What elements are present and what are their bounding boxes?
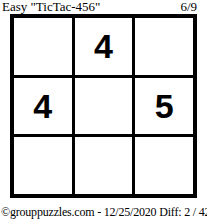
cell-r1c2[interactable]: 5 xyxy=(135,78,193,135)
header: Easy "TicTac-456" 6/9 xyxy=(2,0,197,14)
cells-remaining-counter: 6/9 xyxy=(180,0,197,13)
cell-r2c1[interactable] xyxy=(75,137,133,194)
copyright-credit: ©grouppuzzles.com - 12/25/2020 Diff: 2 /… xyxy=(1,205,207,219)
cell-r2c0[interactable] xyxy=(14,137,72,194)
puzzle-page: Easy "TicTac-456" 6/9 4 4 5 ©grouppuzzle… xyxy=(0,0,207,221)
cell-r0c1[interactable]: 4 xyxy=(75,18,133,75)
cell-r0c0[interactable] xyxy=(14,18,72,75)
cell-r1c0[interactable]: 4 xyxy=(14,78,72,135)
tictac-grid: 4 4 5 xyxy=(10,14,197,198)
cell-r2c2[interactable] xyxy=(135,137,193,194)
footer: ©grouppuzzles.com - 12/25/2020 Diff: 2 /… xyxy=(1,205,206,219)
cell-r0c2[interactable] xyxy=(135,18,193,75)
puzzle-title: Easy "TicTac-456" xyxy=(2,0,100,13)
cell-r1c1[interactable] xyxy=(75,78,133,135)
